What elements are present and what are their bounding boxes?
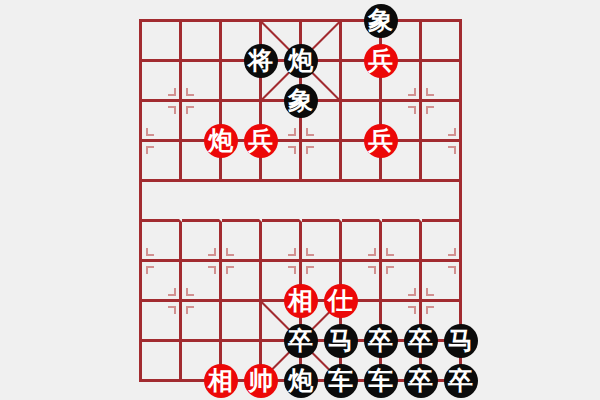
point-marker	[288, 248, 296, 256]
point-marker	[146, 128, 154, 136]
point-marker	[408, 106, 416, 114]
point-marker	[386, 266, 394, 274]
piece-red-advisor[interactable]: 仕	[324, 284, 358, 318]
point-marker	[408, 306, 416, 314]
point-marker	[186, 306, 194, 314]
point-marker	[306, 146, 314, 154]
point-marker	[146, 248, 154, 256]
point-marker	[408, 288, 416, 296]
piece-black-elephant[interactable]: 象	[364, 4, 398, 38]
point-marker	[226, 266, 234, 274]
point-marker	[426, 88, 434, 96]
piece-black-soldier[interactable]: 卒	[404, 324, 438, 358]
point-marker	[168, 306, 176, 314]
point-marker	[146, 146, 154, 154]
point-marker	[408, 88, 416, 96]
piece-black-soldier[interactable]: 卒	[284, 324, 318, 358]
piece-black-general[interactable]: 将	[244, 44, 278, 78]
piece-black-soldier[interactable]: 卒	[444, 364, 478, 398]
point-marker	[168, 288, 176, 296]
point-marker	[186, 106, 194, 114]
piece-black-chariot[interactable]: 车	[324, 364, 358, 398]
point-marker	[146, 266, 154, 274]
point-marker	[426, 106, 434, 114]
point-marker	[386, 248, 394, 256]
point-marker	[448, 128, 456, 136]
point-marker	[368, 248, 376, 256]
board-overlay: 象将炮兵象炮兵兵相仕卒马卒卒马相帅炮车车卒卒	[139, 19, 462, 382]
point-marker	[448, 248, 456, 256]
point-marker	[306, 266, 314, 274]
point-marker	[306, 248, 314, 256]
point-marker	[306, 128, 314, 136]
xiangqi-board: 象将炮兵象炮兵兵相仕卒马卒卒马相帅炮车车卒卒	[139, 19, 462, 382]
point-marker	[426, 306, 434, 314]
piece-red-elephant[interactable]: 相	[204, 364, 238, 398]
piece-black-soldier[interactable]: 卒	[364, 324, 398, 358]
piece-black-horse[interactable]: 马	[444, 324, 478, 358]
piece-black-soldier[interactable]: 卒	[404, 364, 438, 398]
piece-black-elephant[interactable]: 象	[284, 84, 318, 118]
point-marker	[226, 248, 234, 256]
piece-red-general[interactable]: 帅	[244, 364, 278, 398]
point-marker	[448, 146, 456, 154]
piece-red-soldier[interactable]: 兵	[364, 124, 398, 158]
piece-red-soldier[interactable]: 兵	[364, 44, 398, 78]
point-marker	[426, 288, 434, 296]
piece-black-horse[interactable]: 马	[324, 324, 358, 358]
piece-black-chariot[interactable]: 车	[364, 364, 398, 398]
point-marker	[448, 266, 456, 274]
point-marker	[288, 266, 296, 274]
piece-red-soldier[interactable]: 兵	[244, 124, 278, 158]
point-marker	[168, 106, 176, 114]
piece-black-cannon[interactable]: 炮	[284, 44, 318, 78]
point-marker	[208, 248, 216, 256]
point-marker	[368, 266, 376, 274]
point-marker	[208, 266, 216, 274]
point-marker	[168, 88, 176, 96]
piece-red-elephant[interactable]: 相	[284, 284, 318, 318]
point-marker	[186, 88, 194, 96]
point-marker	[186, 288, 194, 296]
piece-black-cannon[interactable]: 炮	[284, 364, 318, 398]
point-marker	[288, 146, 296, 154]
screen: { "game": "xiangqi", "position": { "fen"…	[0, 0, 600, 400]
point-marker	[288, 128, 296, 136]
piece-red-cannon[interactable]: 炮	[204, 124, 238, 158]
